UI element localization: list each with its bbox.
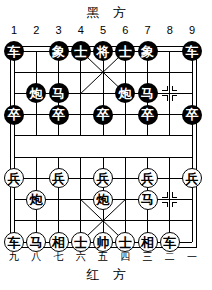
red-side-label: 红 方 [0, 268, 212, 282]
file-label-bottom: 九 [6, 251, 22, 262]
piece-black-horse[interactable]: 马 [138, 83, 158, 103]
piece-red-soldier[interactable]: 兵 [138, 168, 158, 188]
file-label-bottom: 七 [51, 251, 67, 262]
file-label-bottom: 四 [117, 251, 133, 262]
file-label-bottom: 六 [73, 251, 89, 262]
file-label-bottom: 二 [162, 251, 178, 262]
piece-red-elephant[interactable]: 相 [49, 232, 69, 252]
piece-black-soldier[interactable]: 卒 [138, 105, 158, 125]
piece-red-horse[interactable]: 马 [138, 190, 158, 210]
piece-red-cannon[interactable]: 炮 [26, 190, 46, 210]
piece-red-chariot[interactable]: 车 [160, 232, 180, 252]
file-label-bottom: 五 [95, 251, 111, 262]
file-label-bottom: 三 [140, 251, 156, 262]
piece-black-soldier[interactable]: 卒 [182, 105, 202, 125]
piece-black-soldier[interactable]: 卒 [49, 105, 69, 125]
file-label-bottom: 一 [184, 251, 200, 262]
piece-black-advisor[interactable]: 士 [71, 41, 91, 61]
piece-red-advisor[interactable]: 士 [71, 232, 91, 252]
piece-black-chariot[interactable]: 车 [182, 41, 202, 61]
piece-red-elephant[interactable]: 相 [138, 232, 158, 252]
point-marker [172, 192, 177, 197]
file-label-bottom: 八 [28, 251, 44, 262]
piece-red-general[interactable]: 帅 [93, 232, 113, 252]
point-marker [172, 202, 177, 207]
piece-red-soldier[interactable]: 兵 [49, 168, 69, 188]
piece-black-soldier[interactable]: 卒 [93, 105, 113, 125]
point-marker [172, 96, 177, 101]
point-marker [162, 192, 167, 197]
piece-red-chariot[interactable]: 车 [4, 232, 24, 252]
point-marker [172, 86, 177, 91]
point-marker [162, 96, 167, 101]
xiangqi-diagram: 黑 方 123456789 车象士将士象车炮马炮马卒卒卒卒卒兵兵兵兵兵炮炮马车马… [0, 0, 212, 290]
piece-black-general[interactable]: 将 [93, 41, 113, 61]
piece-red-cannon[interactable]: 炮 [93, 190, 113, 210]
piece-black-elephant[interactable]: 象 [138, 41, 158, 61]
piece-black-horse[interactable]: 马 [49, 83, 69, 103]
piece-black-soldier[interactable]: 卒 [4, 105, 24, 125]
piece-black-elephant[interactable]: 象 [49, 41, 69, 61]
point-marker [162, 202, 167, 207]
piece-black-chariot[interactable]: 车 [4, 41, 24, 61]
point-marker [162, 86, 167, 91]
